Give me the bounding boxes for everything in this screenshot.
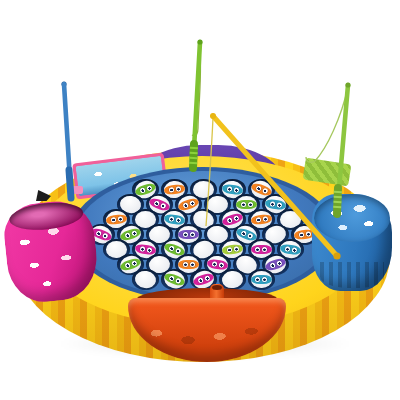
fishing-rod-lime[interactable]	[306, 82, 351, 214]
lime-rod-hook	[306, 157, 315, 162]
fishing-game-toy	[0, 0, 400, 400]
fishing-rod-blue[interactable]	[61, 81, 71, 198]
fishing-rod-green[interactable]	[192, 39, 203, 168]
fishing-rod-yellow[interactable]	[206, 113, 341, 260]
